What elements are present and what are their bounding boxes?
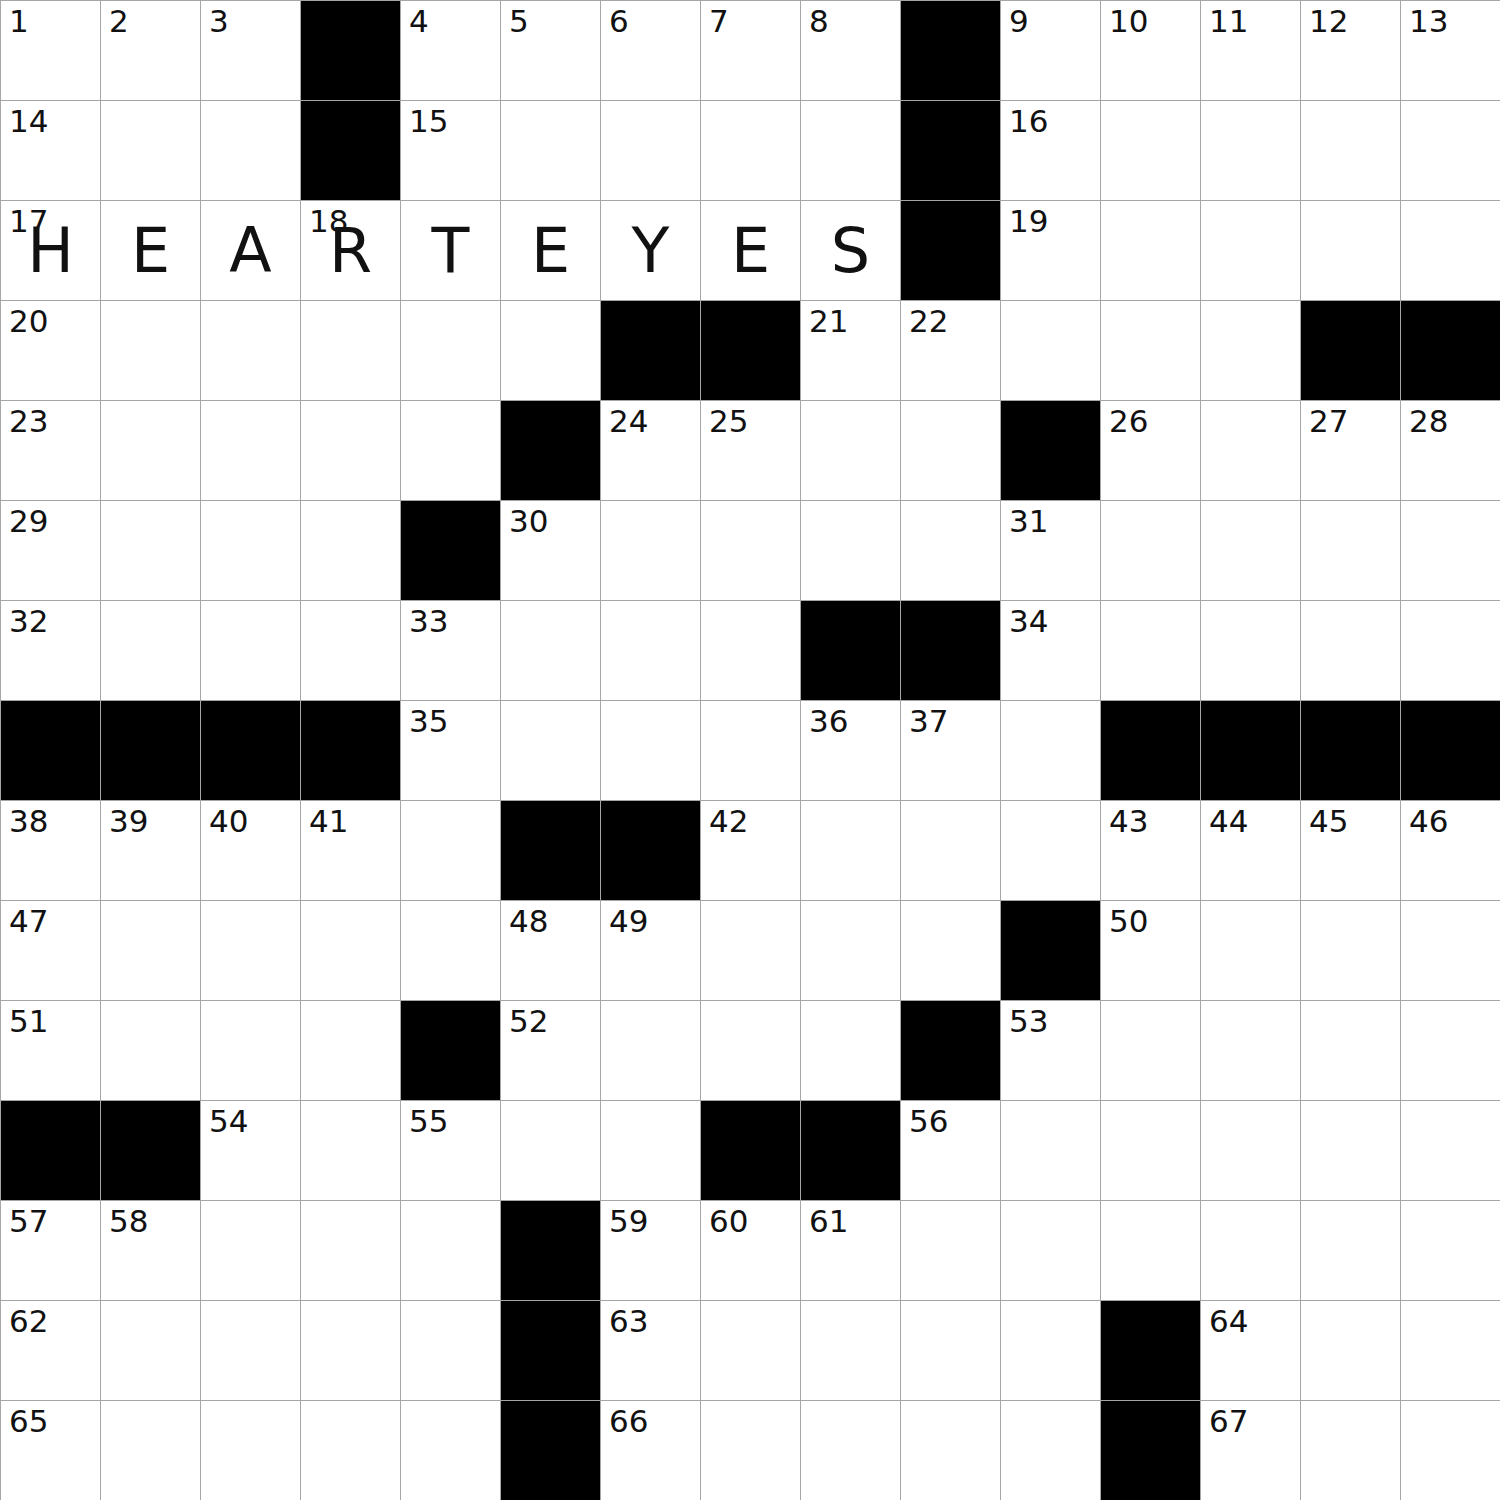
grid-cell-r13c0[interactable]: 62 xyxy=(1,1301,101,1401)
clue-number: 67 xyxy=(1209,1406,1248,1437)
grid-cell-r12c10[interactable] xyxy=(1001,1201,1101,1301)
black-square xyxy=(101,1101,201,1201)
grid-cell-r0c7[interactable]: 7 xyxy=(701,1,801,101)
clue-number: 9 xyxy=(1009,6,1029,37)
grid-cell-r10c1[interactable] xyxy=(101,1001,201,1101)
black-square xyxy=(1001,401,1101,501)
clue-number: 51 xyxy=(9,1006,48,1037)
grid-cell-r9c8[interactable] xyxy=(801,901,901,1001)
grid-cell-r0c0[interactable]: 1 xyxy=(1,1,101,101)
grid-cell-r1c14[interactable] xyxy=(1401,101,1500,201)
grid-cell-r3c0[interactable]: 20 xyxy=(1,301,101,401)
grid-cell-r11c2[interactable]: 54 xyxy=(201,1101,301,1201)
black-square xyxy=(801,1101,901,1201)
grid-cell-r8c13[interactable]: 45 xyxy=(1301,801,1401,901)
grid-cell-r14c13[interactable] xyxy=(1301,1401,1401,1500)
grid-cell-r12c7[interactable]: 60 xyxy=(701,1201,801,1301)
grid-cell-r6c6[interactable] xyxy=(601,601,701,701)
grid-cell-r13c7[interactable] xyxy=(701,1301,801,1401)
grid-cell-r11c3[interactable] xyxy=(301,1101,401,1201)
grid-cell-r11c4[interactable]: 55 xyxy=(401,1101,501,1201)
grid-cell-r2c12[interactable] xyxy=(1201,201,1301,301)
grid-cell-r0c4[interactable]: 4 xyxy=(401,1,501,101)
grid-cell-r12c1[interactable]: 58 xyxy=(101,1201,201,1301)
clue-number: 10 xyxy=(1109,6,1148,37)
black-square xyxy=(501,1401,601,1500)
clue-number: 22 xyxy=(909,306,948,337)
black-square xyxy=(1201,701,1301,801)
grid-cell-r14c9[interactable] xyxy=(901,1401,1001,1500)
black-square xyxy=(901,201,1001,301)
grid-cell-r3c1[interactable] xyxy=(101,301,201,401)
grid-cell-r4c1[interactable] xyxy=(101,401,201,501)
grid-cell-r0c13[interactable]: 12 xyxy=(1301,1,1401,101)
black-square xyxy=(101,701,201,801)
grid-cell-r0c12[interactable]: 11 xyxy=(1201,1,1301,101)
grid-cell-r9c1[interactable] xyxy=(101,901,201,1001)
clue-number: 12 xyxy=(1309,6,1348,37)
clue-number: 27 xyxy=(1309,406,1348,437)
grid-cell-r1c13[interactable] xyxy=(1301,101,1401,201)
grid-cell-r14c8[interactable] xyxy=(801,1401,901,1500)
grid-cell-r10c7[interactable] xyxy=(701,1001,801,1101)
clue-number: 33 xyxy=(409,606,448,637)
grid-cell-r6c3[interactable] xyxy=(301,601,401,701)
clue-number: 25 xyxy=(709,406,748,437)
grid-cell-r9c13[interactable] xyxy=(1301,901,1401,1001)
grid-cell-r12c4[interactable] xyxy=(401,1201,501,1301)
clue-number: 60 xyxy=(709,1206,748,1237)
grid-cell-r11c10[interactable] xyxy=(1001,1101,1101,1201)
clue-number: 63 xyxy=(609,1306,648,1337)
grid-cell-r8c0[interactable]: 38 xyxy=(1,801,101,901)
grid-cell-r5c1[interactable] xyxy=(101,501,201,601)
black-square xyxy=(901,601,1001,701)
grid-cell-r3c2[interactable] xyxy=(201,301,301,401)
clue-number: 23 xyxy=(9,406,48,437)
grid-cell-r2c7[interactable]: E xyxy=(701,201,801,301)
grid-cell-r6c7[interactable] xyxy=(701,601,801,701)
clue-number: 28 xyxy=(1409,406,1448,437)
grid-cell-r12c2[interactable] xyxy=(201,1201,301,1301)
clue-number: 64 xyxy=(1209,1306,1248,1337)
grid-cell-r6c0[interactable]: 32 xyxy=(1,601,101,701)
grid-cell-r3c3[interactable] xyxy=(301,301,401,401)
grid-cell-r10c2[interactable] xyxy=(201,1001,301,1101)
grid-cell-r8c10[interactable] xyxy=(1001,801,1101,901)
grid-cell-r5c10[interactable]: 31 xyxy=(1001,501,1101,601)
clue-number: 53 xyxy=(1009,1006,1048,1037)
grid-cell-r12c13[interactable] xyxy=(1301,1201,1401,1301)
grid-cell-r10c13[interactable] xyxy=(1301,1001,1401,1101)
clue-number: 65 xyxy=(9,1406,48,1437)
grid-cell-r6c4[interactable]: 33 xyxy=(401,601,501,701)
black-square xyxy=(1401,701,1500,801)
grid-cell-r7c7[interactable] xyxy=(701,701,801,801)
clue-number: 11 xyxy=(1209,6,1248,37)
grid-cell-r0c11[interactable]: 10 xyxy=(1101,1,1201,101)
grid-cell-r2c3[interactable]: 18R xyxy=(301,201,401,301)
grid-cell-r10c11[interactable] xyxy=(1101,1001,1201,1101)
grid-cell-r4c6[interactable]: 24 xyxy=(601,401,701,501)
grid-cell-r4c2[interactable] xyxy=(201,401,301,501)
cell-letter: Y xyxy=(601,201,700,300)
grid-cell-r6c5[interactable] xyxy=(501,601,601,701)
grid-cell-r1c12[interactable] xyxy=(1201,101,1301,201)
cell-letter: R xyxy=(301,201,400,300)
grid-cell-r8c3[interactable]: 41 xyxy=(301,801,401,901)
grid-cell-r5c6[interactable] xyxy=(601,501,701,601)
grid-cell-r10c0[interactable]: 51 xyxy=(1,1001,101,1101)
black-square xyxy=(301,701,401,801)
clue-number: 6 xyxy=(609,6,629,37)
grid-cell-r2c13[interactable] xyxy=(1301,201,1401,301)
grid-cell-r2c0[interactable]: 17H xyxy=(1,201,101,301)
black-square xyxy=(601,801,701,901)
clue-number: 57 xyxy=(9,1206,48,1237)
grid-cell-r11c12[interactable] xyxy=(1201,1101,1301,1201)
grid-cell-r1c8[interactable] xyxy=(801,101,901,201)
grid-cell-r3c10[interactable] xyxy=(1001,301,1101,401)
grid-cell-r4c4[interactable] xyxy=(401,401,501,501)
grid-cell-r2c1[interactable]: E xyxy=(101,201,201,301)
black-square xyxy=(901,1,1001,101)
black-square xyxy=(701,1101,801,1201)
grid-cell-r12c0[interactable]: 57 xyxy=(1,1201,101,1301)
clue-number: 3 xyxy=(209,6,229,37)
grid-cell-r7c5[interactable] xyxy=(501,701,601,801)
clue-number: 17 xyxy=(9,206,48,237)
grid-cell-r1c5[interactable] xyxy=(501,101,601,201)
grid-cell-r14c7[interactable] xyxy=(701,1401,801,1500)
grid-cell-r7c10[interactable] xyxy=(1001,701,1101,801)
grid-cell-r9c9[interactable] xyxy=(901,901,1001,1001)
grid-cell-r9c2[interactable] xyxy=(201,901,301,1001)
grid-cell-r4c7[interactable]: 25 xyxy=(701,401,801,501)
grid-cell-r6c12[interactable] xyxy=(1201,601,1301,701)
grid-cell-r13c14[interactable] xyxy=(1401,1301,1500,1401)
clue-number: 66 xyxy=(609,1406,648,1437)
cell-letter: E xyxy=(101,201,200,300)
black-square xyxy=(601,301,701,401)
grid-cell-r5c3[interactable] xyxy=(301,501,401,601)
grid-cell-r14c3[interactable] xyxy=(301,1401,401,1500)
grid-cell-r0c14[interactable]: 13 xyxy=(1401,1,1500,101)
grid-cell-r9c3[interactable] xyxy=(301,901,401,1001)
grid-cell-r6c14[interactable] xyxy=(1401,601,1500,701)
clue-number: 52 xyxy=(509,1006,548,1037)
grid-cell-r13c12[interactable]: 64 xyxy=(1201,1301,1301,1401)
clue-number: 19 xyxy=(1009,206,1048,237)
clue-number: 48 xyxy=(509,906,548,937)
grid-cell-r5c8[interactable] xyxy=(801,501,901,601)
grid-cell-r13c13[interactable] xyxy=(1301,1301,1401,1401)
clue-number: 24 xyxy=(609,406,648,437)
grid-cell-r3c8[interactable]: 21 xyxy=(801,301,901,401)
cell-letter: E xyxy=(501,201,600,300)
black-square xyxy=(501,801,601,901)
clue-number: 54 xyxy=(209,1106,248,1137)
grid-cell-r12c14[interactable] xyxy=(1401,1201,1500,1301)
grid-cell-r14c4[interactable] xyxy=(401,1401,501,1500)
clue-number: 41 xyxy=(309,806,348,837)
black-square xyxy=(301,1,401,101)
clue-number: 43 xyxy=(1109,806,1148,837)
grid-cell-r2c2[interactable]: A xyxy=(201,201,301,301)
grid-cell-r2c8[interactable]: S xyxy=(801,201,901,301)
black-square xyxy=(1401,301,1500,401)
grid-cell-r3c11[interactable] xyxy=(1101,301,1201,401)
grid-cell-r9c4[interactable] xyxy=(401,901,501,1001)
grid-cell-r14c10[interactable] xyxy=(1001,1401,1101,1500)
grid-cell-r13c4[interactable] xyxy=(401,1301,501,1401)
grid-cell-r4c9[interactable] xyxy=(901,401,1001,501)
grid-cell-r5c9[interactable] xyxy=(901,501,1001,601)
grid-cell-r11c6[interactable] xyxy=(601,1101,701,1201)
clue-number: 44 xyxy=(1209,806,1248,837)
grid-cell-r2c11[interactable] xyxy=(1101,201,1201,301)
cell-letter: T xyxy=(401,201,500,300)
clue-number: 15 xyxy=(409,106,448,137)
grid-cell-r8c9[interactable] xyxy=(901,801,1001,901)
grid-cell-r0c8[interactable]: 8 xyxy=(801,1,901,101)
grid-cell-r0c10[interactable]: 9 xyxy=(1001,1,1101,101)
grid-cell-r11c13[interactable] xyxy=(1301,1101,1401,1201)
grid-cell-r1c11[interactable] xyxy=(1101,101,1201,201)
black-square xyxy=(801,601,901,701)
grid-cell-r0c2[interactable]: 3 xyxy=(201,1,301,101)
grid-cell-r2c10[interactable]: 19 xyxy=(1001,201,1101,301)
grid-cell-r10c12[interactable] xyxy=(1201,1001,1301,1101)
grid-cell-r14c14[interactable] xyxy=(1401,1401,1500,1500)
clue-number: 2 xyxy=(109,6,129,37)
black-square xyxy=(1001,901,1101,1001)
grid-cell-r1c7[interactable] xyxy=(701,101,801,201)
black-square xyxy=(501,1201,601,1301)
clue-number: 30 xyxy=(509,506,548,537)
grid-cell-r6c10[interactable]: 34 xyxy=(1001,601,1101,701)
grid-cell-r14c2[interactable] xyxy=(201,1401,301,1500)
grid-cell-r10c5[interactable]: 52 xyxy=(501,1001,601,1101)
grid-cell-r2c5[interactable]: E xyxy=(501,201,601,301)
grid-cell-r13c3[interactable] xyxy=(301,1301,401,1401)
clue-number: 38 xyxy=(9,806,48,837)
black-square xyxy=(901,101,1001,201)
clue-number: 16 xyxy=(1009,106,1048,137)
grid-cell-r11c14[interactable] xyxy=(1401,1101,1500,1201)
grid-cell-r1c0[interactable]: 14 xyxy=(1,101,101,201)
black-square xyxy=(501,401,601,501)
grid-cell-r3c4[interactable] xyxy=(401,301,501,401)
grid-cell-r3c12[interactable] xyxy=(1201,301,1301,401)
clue-number: 62 xyxy=(9,1306,48,1337)
grid-cell-r9c6[interactable]: 49 xyxy=(601,901,701,1001)
grid-cell-r14c1[interactable] xyxy=(101,1401,201,1500)
clue-number: 58 xyxy=(109,1206,148,1237)
grid-cell-r8c7[interactable]: 42 xyxy=(701,801,801,901)
grid-cell-r10c8[interactable] xyxy=(801,1001,901,1101)
grid-cell-r0c6[interactable]: 6 xyxy=(601,1,701,101)
grid-cell-r12c11[interactable] xyxy=(1101,1201,1201,1301)
black-square xyxy=(301,101,401,201)
clue-number: 26 xyxy=(1109,406,1148,437)
grid-cell-r0c5[interactable]: 5 xyxy=(501,1,601,101)
clue-number: 49 xyxy=(609,906,648,937)
grid-cell-r7c8[interactable]: 36 xyxy=(801,701,901,801)
clue-number: 7 xyxy=(709,6,729,37)
grid-cell-r5c13[interactable] xyxy=(1301,501,1401,601)
clue-number: 18 xyxy=(309,206,348,237)
grid-cell-r8c1[interactable]: 39 xyxy=(101,801,201,901)
grid-cell-r8c12[interactable]: 44 xyxy=(1201,801,1301,901)
grid-cell-r10c6[interactable] xyxy=(601,1001,701,1101)
grid-cell-r4c12[interactable] xyxy=(1201,401,1301,501)
grid-cell-r12c9[interactable] xyxy=(901,1201,1001,1301)
clue-number: 37 xyxy=(909,706,948,737)
grid-cell-r2c4[interactable]: T xyxy=(401,201,501,301)
grid-cell-r9c0[interactable]: 47 xyxy=(1,901,101,1001)
grid-cell-r10c10[interactable]: 53 xyxy=(1001,1001,1101,1101)
clue-number: 14 xyxy=(9,106,48,137)
grid-cell-r5c7[interactable] xyxy=(701,501,801,601)
grid-cell-r11c9[interactable]: 56 xyxy=(901,1101,1001,1201)
grid-cell-r1c6[interactable] xyxy=(601,101,701,201)
grid-cell-r14c0[interactable]: 65 xyxy=(1,1401,101,1500)
clue-number: 32 xyxy=(9,606,48,637)
grid-cell-r2c14[interactable] xyxy=(1401,201,1500,301)
grid-cell-r7c6[interactable] xyxy=(601,701,701,801)
clue-number: 36 xyxy=(809,706,848,737)
grid-cell-r8c2[interactable]: 40 xyxy=(201,801,301,901)
cell-letter: H xyxy=(1,201,100,300)
grid-cell-r7c9[interactable]: 37 xyxy=(901,701,1001,801)
grid-cell-r1c2[interactable] xyxy=(201,101,301,201)
clue-number: 61 xyxy=(809,1206,848,1237)
cell-letter: S xyxy=(801,201,900,300)
grid-cell-r13c6[interactable]: 63 xyxy=(601,1301,701,1401)
grid-cell-r12c8[interactable]: 61 xyxy=(801,1201,901,1301)
clue-number: 40 xyxy=(209,806,248,837)
grid-cell-r1c4[interactable]: 15 xyxy=(401,101,501,201)
grid-cell-r6c11[interactable] xyxy=(1101,601,1201,701)
clue-number: 21 xyxy=(809,306,848,337)
clue-number: 56 xyxy=(909,1106,948,1137)
grid-cell-r5c12[interactable] xyxy=(1201,501,1301,601)
grid-cell-r10c3[interactable] xyxy=(301,1001,401,1101)
grid-cell-r5c11[interactable] xyxy=(1101,501,1201,601)
grid-cell-r4c13[interactable]: 27 xyxy=(1301,401,1401,501)
grid-cell-r4c14[interactable]: 28 xyxy=(1401,401,1500,501)
grid-cell-r11c11[interactable] xyxy=(1101,1101,1201,1201)
black-square xyxy=(1301,301,1401,401)
black-square xyxy=(401,1001,501,1101)
black-square xyxy=(901,1001,1001,1101)
clue-number: 35 xyxy=(409,706,448,737)
clue-number: 13 xyxy=(1409,6,1448,37)
grid-cell-r1c10[interactable]: 16 xyxy=(1001,101,1101,201)
grid-cell-r5c14[interactable] xyxy=(1401,501,1500,601)
grid-cell-r1c1[interactable] xyxy=(101,101,201,201)
grid-cell-r13c10[interactable] xyxy=(1001,1301,1101,1401)
black-square xyxy=(1301,701,1401,801)
black-square xyxy=(1,701,101,801)
grid-cell-r0c1[interactable]: 2 xyxy=(101,1,201,101)
black-square xyxy=(201,701,301,801)
grid-cell-r4c0[interactable]: 23 xyxy=(1,401,101,501)
grid-cell-r6c13[interactable] xyxy=(1301,601,1401,701)
grid-cell-r14c12[interactable]: 67 xyxy=(1201,1401,1301,1500)
grid-cell-r8c8[interactable] xyxy=(801,801,901,901)
grid-cell-r13c9[interactable] xyxy=(901,1301,1001,1401)
clue-number: 4 xyxy=(409,6,429,37)
clue-number: 39 xyxy=(109,806,148,837)
grid-cell-r8c14[interactable]: 46 xyxy=(1401,801,1500,901)
clue-number: 45 xyxy=(1309,806,1348,837)
grid-cell-r4c3[interactable] xyxy=(301,401,401,501)
clue-number: 29 xyxy=(9,506,48,537)
grid-cell-r4c11[interactable]: 26 xyxy=(1101,401,1201,501)
grid-cell-r12c3[interactable] xyxy=(301,1201,401,1301)
grid-cell-r13c2[interactable] xyxy=(201,1301,301,1401)
clue-number: 34 xyxy=(1009,606,1048,637)
clue-number: 59 xyxy=(609,1206,648,1237)
grid-cell-r7c4[interactable]: 35 xyxy=(401,701,501,801)
grid-cell-r9c11[interactable]: 50 xyxy=(1101,901,1201,1001)
grid-cell-r3c9[interactable]: 22 xyxy=(901,301,1001,401)
grid-cell-r8c11[interactable]: 43 xyxy=(1101,801,1201,901)
grid-cell-r6c1[interactable] xyxy=(101,601,201,701)
grid-cell-r9c5[interactable]: 48 xyxy=(501,901,601,1001)
grid-cell-r13c8[interactable] xyxy=(801,1301,901,1401)
grid-cell-r13c1[interactable] xyxy=(101,1301,201,1401)
grid-cell-r4c8[interactable] xyxy=(801,401,901,501)
black-square xyxy=(1,1101,101,1201)
grid-cell-r5c5[interactable]: 30 xyxy=(501,501,601,601)
grid-cell-r10c14[interactable] xyxy=(1401,1001,1500,1101)
clue-number: 31 xyxy=(1009,506,1048,537)
grid-cell-r3c5[interactable] xyxy=(501,301,601,401)
grid-cell-r5c2[interactable] xyxy=(201,501,301,601)
clue-number: 5 xyxy=(509,6,529,37)
clue-number: 8 xyxy=(809,6,829,37)
clue-number: 50 xyxy=(1109,906,1148,937)
black-square xyxy=(501,1301,601,1401)
grid-cell-r14c6[interactable]: 66 xyxy=(601,1401,701,1500)
crossword-board: 1234567891011121314151617HEA18RTEYES1920… xyxy=(0,0,1500,1500)
grid-cell-r12c12[interactable] xyxy=(1201,1201,1301,1301)
grid-cell-r6c2[interactable] xyxy=(201,601,301,701)
grid-cell-r5c0[interactable]: 29 xyxy=(1,501,101,601)
clue-number: 47 xyxy=(9,906,48,937)
grid-cell-r2c6[interactable]: Y xyxy=(601,201,701,301)
grid-cell-r11c5[interactable] xyxy=(501,1101,601,1201)
grid-cell-r9c7[interactable] xyxy=(701,901,801,1001)
black-square xyxy=(1101,1301,1201,1401)
grid-cell-r9c14[interactable] xyxy=(1401,901,1500,1001)
clue-number: 55 xyxy=(409,1106,448,1137)
clue-number: 42 xyxy=(709,806,748,837)
clue-number: 1 xyxy=(9,6,29,37)
clue-number: 46 xyxy=(1409,806,1448,837)
black-square xyxy=(401,501,501,601)
grid-cell-r9c12[interactable] xyxy=(1201,901,1301,1001)
black-square xyxy=(1101,701,1201,801)
grid-cell-r8c4[interactable] xyxy=(401,801,501,901)
clue-number: 20 xyxy=(9,306,48,337)
black-square xyxy=(701,301,801,401)
grid-cell-r12c6[interactable]: 59 xyxy=(601,1201,701,1301)
cell-letter: A xyxy=(201,201,300,300)
